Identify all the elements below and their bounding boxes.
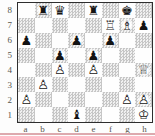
square-b8[interactable]: ♜ <box>35 3 52 18</box>
white-pawn-b3[interactable]: ♙ <box>37 78 49 91</box>
square-a8[interactable] <box>18 3 35 18</box>
square-d6[interactable]: ♟ <box>68 33 85 48</box>
rank-label-4: 4 <box>0 63 16 78</box>
square-h3[interactable] <box>135 77 152 92</box>
square-b7[interactable] <box>35 18 52 33</box>
square-b5[interactable] <box>35 48 52 63</box>
square-e6[interactable] <box>85 33 102 48</box>
square-e1[interactable] <box>85 107 102 122</box>
square-a3[interactable] <box>18 77 35 92</box>
black-bishop-d1[interactable]: ♝ <box>71 108 83 121</box>
square-c5[interactable]: ♟ <box>52 48 69 63</box>
white-queen-h4[interactable]: ♕ <box>138 63 150 76</box>
square-e4[interactable]: ♙ <box>85 63 102 78</box>
chess-board: ♜♛♜♚♖♗♟♟♟♟♟♟♙♙♕♙♙♙♙♝♔ <box>17 2 153 123</box>
rank-label-6: 6 <box>0 32 16 47</box>
square-g7[interactable]: ♗ <box>119 18 136 33</box>
square-d2[interactable] <box>68 92 85 107</box>
black-pawn-h7[interactable]: ♟ <box>138 19 150 32</box>
scanned-chess-diagram: 87654321 ♜♛♜♚♖♗♟♟♟♟♟♟♙♙♕♙♙♙♙♝♔ abcdefgh <box>0 0 155 136</box>
black-queen-c8[interactable]: ♛ <box>54 4 66 17</box>
white-pawn-e4[interactable]: ♙ <box>88 63 100 76</box>
square-c6[interactable] <box>52 33 69 48</box>
square-d7[interactable] <box>68 18 85 33</box>
square-h6[interactable] <box>135 33 152 48</box>
square-g2[interactable]: ♙ <box>119 92 136 107</box>
white-pawn-h2[interactable]: ♙ <box>138 93 150 106</box>
square-f7[interactable]: ♖ <box>102 18 119 33</box>
square-g5[interactable] <box>119 48 136 63</box>
square-g8[interactable]: ♚ <box>119 3 136 18</box>
black-pawn-f6[interactable]: ♟ <box>104 34 116 47</box>
square-c2[interactable] <box>52 92 69 107</box>
square-e5[interactable]: ♟ <box>85 48 102 63</box>
square-d4[interactable] <box>68 63 85 78</box>
square-f5[interactable] <box>102 48 119 63</box>
white-pawn-g2[interactable]: ♙ <box>121 93 133 106</box>
square-f3[interactable] <box>102 77 119 92</box>
square-f8[interactable] <box>102 3 119 18</box>
rank-label-8: 8 <box>0 2 16 17</box>
black-pawn-e5[interactable]: ♟ <box>88 49 100 62</box>
square-c3[interactable] <box>52 77 69 92</box>
square-c7[interactable] <box>52 18 69 33</box>
square-g4[interactable] <box>119 63 136 78</box>
square-c1[interactable] <box>52 107 69 122</box>
square-h1[interactable]: ♔ <box>135 107 152 122</box>
rank-labels: 87654321 <box>0 2 16 123</box>
square-a6[interactable]: ♟ <box>18 33 35 48</box>
white-pawn-a2[interactable]: ♙ <box>21 93 33 106</box>
square-f6[interactable]: ♟ <box>102 33 119 48</box>
black-pawn-c5[interactable]: ♟ <box>54 49 66 62</box>
rank-label-2: 2 <box>0 93 16 108</box>
square-e2[interactable] <box>85 92 102 107</box>
square-a7[interactable] <box>18 18 35 33</box>
square-e3[interactable] <box>85 77 102 92</box>
square-f4[interactable] <box>102 63 119 78</box>
square-b3[interactable]: ♙ <box>35 77 52 92</box>
rank-label-7: 7 <box>0 17 16 32</box>
square-g1[interactable] <box>119 107 136 122</box>
white-king-h1[interactable]: ♔ <box>138 108 150 121</box>
square-b6[interactable] <box>35 33 52 48</box>
square-c4[interactable]: ♙ <box>52 63 69 78</box>
square-h5[interactable] <box>135 48 152 63</box>
square-g3[interactable] <box>119 77 136 92</box>
page-edge-line <box>0 133 155 135</box>
square-a1[interactable] <box>18 107 35 122</box>
square-c8[interactable]: ♛ <box>52 3 69 18</box>
square-h2[interactable]: ♙ <box>135 92 152 107</box>
square-b4[interactable] <box>35 63 52 78</box>
rank-label-1: 1 <box>0 108 16 123</box>
square-e7[interactable] <box>85 18 102 33</box>
square-h8[interactable] <box>135 3 152 18</box>
square-f2[interactable] <box>102 92 119 107</box>
white-pawn-c4[interactable]: ♙ <box>54 63 66 76</box>
square-d5[interactable] <box>68 48 85 63</box>
square-a5[interactable] <box>18 48 35 63</box>
black-pawn-a6[interactable]: ♟ <box>21 34 33 47</box>
black-rook-b8[interactable]: ♜ <box>37 4 49 17</box>
square-d8[interactable] <box>68 3 85 18</box>
square-a4[interactable] <box>18 63 35 78</box>
black-pawn-d6[interactable]: ♟ <box>71 34 83 47</box>
white-rook-f7[interactable]: ♖ <box>104 19 116 32</box>
black-king-g8[interactable]: ♚ <box>121 4 133 17</box>
rank-label-5: 5 <box>0 47 16 62</box>
square-d3[interactable] <box>68 77 85 92</box>
square-e8[interactable]: ♜ <box>85 3 102 18</box>
rank-label-3: 3 <box>0 78 16 93</box>
square-g6[interactable] <box>119 33 136 48</box>
black-rook-e8[interactable]: ♜ <box>88 4 100 17</box>
white-bishop-g7[interactable]: ♗ <box>121 19 133 32</box>
square-h7[interactable]: ♟ <box>135 18 152 33</box>
square-b2[interactable] <box>35 92 52 107</box>
square-a2[interactable]: ♙ <box>18 92 35 107</box>
square-d1[interactable]: ♝ <box>68 107 85 122</box>
square-f1[interactable] <box>102 107 119 122</box>
square-b1[interactable] <box>35 107 52 122</box>
square-h4[interactable]: ♕ <box>135 63 152 78</box>
